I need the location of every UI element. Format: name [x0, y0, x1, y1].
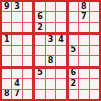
sudoku-cell-r8c8[interactable]: [79, 79, 88, 88]
sudoku-cell-r8c3[interactable]: [23, 79, 32, 88]
sudoku-cell-r9c8[interactable]: [79, 90, 88, 99]
sudoku-cell-r9c9[interactable]: [90, 90, 99, 99]
sudoku-cell-r9c1[interactable]: 8: [2, 90, 11, 99]
sudoku-cell-r9c4[interactable]: [35, 90, 44, 99]
sudoku-cell-r9c7[interactable]: [69, 90, 78, 99]
sudoku-cell-r4c6[interactable]: 4: [56, 35, 65, 44]
sudoku-cell-r1c7[interactable]: [69, 2, 78, 11]
given-digit: 9: [4, 3, 10, 11]
given-digit: 3: [48, 36, 54, 44]
sudoku-cell-r7c8[interactable]: [79, 69, 88, 78]
sudoku-cell-r4c9[interactable]: [90, 35, 99, 44]
sudoku-cell-r6c4[interactable]: [35, 56, 44, 65]
sudoku-cell-r8c6[interactable]: [56, 79, 65, 88]
sudoku-cell-r5c9[interactable]: [90, 46, 99, 55]
given-digit: 8: [81, 3, 87, 11]
sudoku-cell-r7c4[interactable]: 5: [35, 69, 44, 78]
sudoku-box-r1c2: 62: [35, 2, 65, 32]
sudoku-cell-r8c9[interactable]: [90, 79, 99, 88]
sudoku-cell-r1c9[interactable]: [90, 2, 99, 11]
sudoku-cell-r4c2[interactable]: [12, 35, 21, 44]
sudoku-cell-r5c5[interactable]: [46, 46, 55, 55]
sudoku-cell-r4c8[interactable]: [79, 35, 88, 44]
sudoku-cell-r9c2[interactable]: 7: [12, 90, 21, 99]
sudoku-cell-r1c1[interactable]: 9: [2, 2, 11, 11]
sudoku-cell-r5c3[interactable]: [23, 46, 32, 55]
given-digit: 2: [71, 80, 77, 88]
sudoku-box-r1c1: 93: [2, 2, 32, 32]
sudoku-cell-r7c1[interactable]: [2, 69, 11, 78]
sudoku-box-r3c1: 487: [2, 69, 32, 99]
sudoku-cell-r2c1[interactable]: [2, 12, 11, 21]
sudoku-cell-r8c4[interactable]: [35, 79, 44, 88]
sudoku-cell-r3c4[interactable]: 2: [35, 23, 44, 32]
sudoku-cell-r6c7[interactable]: [69, 56, 78, 65]
given-digit: 5: [71, 46, 77, 54]
sudoku-cell-r8c7[interactable]: 2: [69, 79, 78, 88]
sudoku-cell-r2c4[interactable]: 6: [35, 12, 44, 21]
sudoku-cell-r2c2[interactable]: [12, 12, 21, 21]
given-digit: 6: [71, 69, 77, 77]
sudoku-cell-r1c2[interactable]: 3: [12, 2, 21, 11]
sudoku-cell-r3c1[interactable]: [2, 23, 11, 32]
sudoku-cell-r4c5[interactable]: 3: [46, 35, 55, 44]
sudoku-cell-r6c3[interactable]: [23, 56, 32, 65]
sudoku-cell-r5c8[interactable]: [79, 46, 88, 55]
sudoku-cell-r5c4[interactable]: [35, 46, 44, 55]
sudoku-cell-r1c8[interactable]: 8: [79, 2, 88, 11]
given-digit: 7: [14, 90, 20, 98]
sudoku-cell-r4c1[interactable]: 1: [2, 35, 11, 44]
given-digit: 6: [37, 13, 43, 21]
sudoku-cell-r8c5[interactable]: [46, 79, 55, 88]
sudoku-cell-r3c9[interactable]: [90, 23, 99, 32]
sudoku-cell-r3c7[interactable]: [69, 23, 78, 32]
sudoku-cell-r1c6[interactable]: [56, 2, 65, 11]
sudoku-cell-r3c8[interactable]: [79, 23, 88, 32]
sudoku-cell-r6c5[interactable]: 8: [46, 56, 55, 65]
given-digit: 2: [37, 24, 43, 32]
sudoku-box-r3c2: 5: [35, 69, 65, 99]
sudoku-box-r2c3: 5: [69, 35, 99, 65]
given-digit: 1: [4, 36, 10, 44]
sudoku-cell-r5c7[interactable]: 5: [69, 46, 78, 55]
sudoku-cell-r5c6[interactable]: [56, 46, 65, 55]
sudoku-board: 93628713485487562: [0, 0, 101, 101]
sudoku-cell-r2c3[interactable]: [23, 12, 32, 21]
sudoku-cell-r9c6[interactable]: [56, 90, 65, 99]
sudoku-box-r3c3: 62: [69, 69, 99, 99]
sudoku-cell-r6c8[interactable]: [79, 56, 88, 65]
sudoku-cell-r2c6[interactable]: [56, 12, 65, 21]
sudoku-cell-r4c4[interactable]: [35, 35, 44, 44]
given-digit: 8: [48, 57, 54, 65]
sudoku-cell-r7c3[interactable]: [23, 69, 32, 78]
sudoku-cell-r6c1[interactable]: [2, 56, 11, 65]
sudoku-cell-r7c7[interactable]: 6: [69, 69, 78, 78]
sudoku-cell-r9c3[interactable]: [23, 90, 32, 99]
sudoku-cell-r6c2[interactable]: [12, 56, 21, 65]
given-digit: 5: [37, 69, 43, 77]
sudoku-cell-r7c2[interactable]: [12, 69, 21, 78]
sudoku-box-r2c2: 348: [35, 35, 65, 65]
sudoku-cell-r4c7[interactable]: [69, 35, 78, 44]
sudoku-cell-r1c4[interactable]: [35, 2, 44, 11]
sudoku-cell-r1c3[interactable]: [23, 2, 32, 11]
sudoku-cell-r9c5[interactable]: [46, 90, 55, 99]
sudoku-cell-r3c3[interactable]: [23, 23, 32, 32]
sudoku-cell-r1c5[interactable]: [46, 2, 55, 11]
given-digit: 4: [58, 36, 64, 44]
sudoku-cell-r2c8[interactable]: 7: [79, 12, 88, 21]
sudoku-cell-r8c2[interactable]: 4: [12, 79, 21, 88]
given-digit: 8: [4, 90, 10, 98]
sudoku-cell-r6c9[interactable]: [90, 56, 99, 65]
sudoku-cell-r3c5[interactable]: [46, 23, 55, 32]
given-digit: 3: [14, 3, 20, 11]
given-digit: 7: [81, 13, 87, 21]
given-digit: 4: [14, 80, 20, 88]
sudoku-box-r1c3: 87: [69, 2, 99, 32]
sudoku-cell-r5c1[interactable]: [2, 46, 11, 55]
sudoku-cell-r7c9[interactable]: [90, 69, 99, 78]
sudoku-cell-r2c7[interactable]: [69, 12, 78, 21]
sudoku-cell-r7c6[interactable]: [56, 69, 65, 78]
sudoku-cell-r3c6[interactable]: [56, 23, 65, 32]
sudoku-cell-r4c3[interactable]: [23, 35, 32, 44]
sudoku-cell-r6c6[interactable]: [56, 56, 65, 65]
sudoku-cell-r5c2[interactable]: [12, 46, 21, 55]
sudoku-cell-r2c5[interactable]: [46, 12, 55, 21]
sudoku-box-r2c1: 1: [2, 35, 32, 65]
sudoku-cell-r3c2[interactable]: [12, 23, 21, 32]
sudoku-cell-r7c5[interactable]: [46, 69, 55, 78]
sudoku-cell-r8c1[interactable]: [2, 79, 11, 88]
sudoku-cell-r2c9[interactable]: [90, 12, 99, 21]
